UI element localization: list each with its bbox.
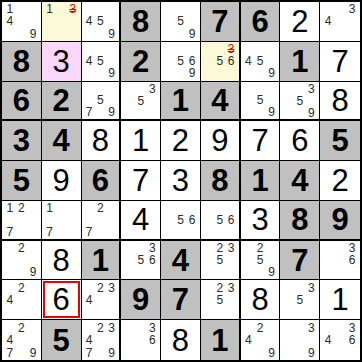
candidate-4: 4 bbox=[4, 334, 16, 347]
pencil-marks: 29 bbox=[4, 242, 39, 279]
candidate-2: 2 bbox=[95, 202, 106, 214]
candidate-4: 4 bbox=[322, 15, 334, 27]
cell-r1c1[interactable]: 149 bbox=[2, 2, 42, 42]
cell-r9c6[interactable]: 1 bbox=[201, 320, 241, 360]
solved-digit: 8 bbox=[172, 325, 189, 356]
candidate-5: 5 bbox=[175, 15, 187, 27]
solved-digit: 3 bbox=[53, 46, 70, 77]
candidate-9: 9 bbox=[27, 266, 39, 278]
cell-r4c6[interactable]: 9 bbox=[201, 121, 241, 161]
cell-r6c5[interactable]: 56 bbox=[161, 201, 201, 241]
solved-digit: 6 bbox=[291, 125, 308, 156]
cell-r4c5[interactable]: 2 bbox=[161, 121, 201, 161]
cell-r2c6[interactable]: 563 bbox=[201, 42, 241, 82]
cell-r1c8[interactable]: 2 bbox=[280, 2, 320, 42]
cell-r1c9[interactable]: 34 bbox=[320, 2, 360, 42]
pencil-marks: 2479 bbox=[4, 321, 39, 359]
candidate-4: 4 bbox=[84, 334, 95, 347]
candidate-2: 2 bbox=[16, 242, 28, 254]
solved-digit: 8 bbox=[92, 125, 109, 156]
given-digit: 8 bbox=[291, 204, 308, 235]
cell-r2c3[interactable]: 459 bbox=[82, 42, 122, 82]
candidate-4: 4 bbox=[322, 334, 334, 347]
eliminated-candidate-3: 3 bbox=[67, 3, 79, 15]
cell-r5c5[interactable]: 3 bbox=[161, 161, 201, 201]
pencil-marks: 59 bbox=[243, 83, 278, 119]
solved-digit: 6 bbox=[53, 284, 70, 315]
given-digit: 6 bbox=[13, 85, 30, 116]
cell-r5c3[interactable]: 6 bbox=[82, 161, 122, 201]
pencil-marks: 36 bbox=[123, 321, 158, 359]
pencil-marks: 56 bbox=[163, 202, 198, 238]
candidate-3: 3 bbox=[147, 83, 159, 95]
cell-r5c7[interactable]: 1 bbox=[241, 161, 281, 201]
candidate-5: 5 bbox=[294, 95, 306, 107]
cell-r8c3[interactable]: 234 bbox=[82, 280, 122, 320]
cell-r9c2[interactable]: 5 bbox=[42, 320, 82, 360]
candidate-7: 7 bbox=[84, 106, 95, 118]
given-digit: 8 bbox=[132, 6, 149, 37]
pencil-marks: 39 bbox=[282, 321, 317, 359]
cell-r4c9[interactable]: 5 bbox=[320, 121, 360, 161]
pencil-marks: 35 bbox=[282, 281, 317, 318]
candidate-3: 3 bbox=[346, 3, 358, 15]
cell-r6c1[interactable]: 127 bbox=[2, 201, 42, 241]
candidate-3: 3 bbox=[306, 281, 318, 293]
solved-digit: 9 bbox=[53, 165, 70, 196]
candidate-6: 6 bbox=[186, 214, 198, 226]
candidate-1: 1 bbox=[4, 202, 16, 214]
given-digit: 7 bbox=[172, 284, 189, 315]
candidate-3: 3 bbox=[147, 321, 159, 334]
cell-r4c2[interactable]: 4 bbox=[42, 121, 82, 161]
cell-r4c7[interactable]: 7 bbox=[241, 121, 281, 161]
pencil-marks: 235 bbox=[203, 242, 237, 279]
pencil-marks: 459 bbox=[84, 43, 118, 80]
candidate-5: 5 bbox=[254, 55, 266, 67]
pencil-marks: 563 bbox=[203, 43, 237, 80]
given-digit: 1 bbox=[172, 85, 189, 116]
given-digit: 2 bbox=[132, 46, 149, 77]
candidate-9: 9 bbox=[266, 106, 278, 118]
given-digit: 4 bbox=[291, 165, 308, 196]
cell-r1c3[interactable]: 459 bbox=[82, 2, 122, 42]
pencil-marks: 36 bbox=[322, 242, 358, 279]
candidate-4: 4 bbox=[243, 334, 255, 347]
candidate-5: 5 bbox=[95, 55, 106, 67]
cell-r6c9[interactable]: 9 bbox=[320, 201, 360, 241]
solved-digit: 8 bbox=[251, 284, 268, 315]
pencil-marks: 569 bbox=[163, 43, 198, 80]
cell-r3c5[interactable]: 1 bbox=[161, 82, 201, 122]
cell-r8c8[interactable]: 35 bbox=[280, 280, 320, 320]
candidate-4: 4 bbox=[243, 55, 255, 67]
candidate-9: 9 bbox=[106, 28, 117, 40]
pencil-marks: 13 bbox=[44, 3, 79, 40]
solved-digit: 7 bbox=[251, 125, 268, 156]
candidate-5: 5 bbox=[214, 254, 225, 266]
candidate-9: 9 bbox=[106, 106, 117, 118]
candidate-6: 6 bbox=[346, 334, 358, 347]
cell-r8c4[interactable]: 9 bbox=[121, 280, 161, 320]
candidate-9: 9 bbox=[266, 346, 278, 359]
pencil-marks: 23479 bbox=[84, 321, 118, 359]
candidate-9: 9 bbox=[306, 107, 318, 119]
cell-r8c1[interactable]: 24 bbox=[2, 280, 42, 320]
pencil-marks: 259 bbox=[243, 242, 278, 279]
given-digit: 1 bbox=[92, 245, 109, 276]
candidate-5: 5 bbox=[254, 254, 266, 266]
cell-r6c4[interactable]: 4 bbox=[121, 201, 161, 241]
given-digit: 2 bbox=[53, 85, 70, 116]
candidate-5: 5 bbox=[135, 254, 147, 266]
sudoku-board: 1491345985976234834592569563459176257935… bbox=[0, 0, 362, 362]
cell-r1c7[interactable]: 6 bbox=[241, 2, 281, 42]
candidate-2: 2 bbox=[16, 321, 28, 334]
given-digit: 1 bbox=[291, 46, 308, 77]
pencil-marks: 346 bbox=[322, 321, 358, 359]
pencil-marks: 56 bbox=[203, 202, 237, 238]
solved-digit: 4 bbox=[132, 204, 149, 235]
cell-r9c1[interactable]: 2479 bbox=[2, 320, 42, 360]
candidate-5: 5 bbox=[294, 294, 306, 306]
cell-r6c3[interactable]: 27 bbox=[82, 201, 122, 241]
solved-digit: 3 bbox=[172, 165, 189, 196]
cell-r3c1[interactable]: 6 bbox=[2, 82, 42, 122]
given-digit: 6 bbox=[251, 6, 268, 37]
cell-r5c8[interactable]: 4 bbox=[280, 161, 320, 201]
solved-digit: 8 bbox=[53, 245, 70, 276]
candidate-5: 5 bbox=[254, 94, 266, 106]
cell-r1c6[interactable]: 7 bbox=[201, 2, 241, 42]
cell-r9c8[interactable]: 39 bbox=[280, 320, 320, 360]
cell-r7c4[interactable]: 356 bbox=[121, 241, 161, 281]
cell-r3c2[interactable]: 2 bbox=[42, 82, 82, 122]
solved-digit: 7 bbox=[331, 46, 348, 77]
cell-r7c3[interactable]: 1 bbox=[82, 241, 122, 281]
pencil-marks: 459 bbox=[84, 3, 118, 40]
candidate-5: 5 bbox=[214, 294, 225, 306]
candidate-3: 3 bbox=[306, 83, 318, 95]
candidate-9: 9 bbox=[266, 67, 278, 79]
solved-digit: 7 bbox=[132, 165, 149, 196]
candidate-2: 2 bbox=[16, 202, 28, 214]
candidate-7: 7 bbox=[84, 226, 95, 238]
cell-r6c2[interactable]: 17 bbox=[42, 201, 82, 241]
cell-r5c2[interactable]: 9 bbox=[42, 161, 82, 201]
pencil-marks: 579 bbox=[84, 83, 118, 119]
cell-r7c7[interactable]: 259 bbox=[241, 241, 281, 281]
cell-r3c6[interactable]: 4 bbox=[201, 82, 241, 122]
pencil-marks: 249 bbox=[243, 321, 278, 359]
cell-r4c8[interactable]: 6 bbox=[280, 121, 320, 161]
given-digit: 3 bbox=[13, 125, 30, 156]
cell-r5c6[interactable]: 8 bbox=[201, 161, 241, 201]
candidate-6: 6 bbox=[346, 254, 358, 266]
cell-r4c4[interactable]: 1 bbox=[121, 121, 161, 161]
pencil-marks: 459 bbox=[243, 43, 278, 80]
candidate-2: 2 bbox=[16, 281, 28, 293]
pencil-marks: 59 bbox=[163, 3, 198, 40]
candidate-5: 5 bbox=[175, 214, 187, 226]
candidate-2: 2 bbox=[254, 321, 266, 334]
pencil-marks: 356 bbox=[123, 242, 158, 279]
cell-r2c1[interactable]: 8 bbox=[2, 42, 42, 82]
solved-digit: 9 bbox=[211, 125, 228, 156]
given-digit: 4 bbox=[211, 85, 228, 116]
given-digit: 1 bbox=[251, 165, 268, 196]
cell-r5c4[interactable]: 7 bbox=[121, 161, 161, 201]
given-digit: 8 bbox=[211, 165, 228, 196]
candidate-2: 2 bbox=[214, 281, 225, 293]
candidate-3: 3 bbox=[346, 321, 358, 334]
pencil-marks: 34 bbox=[322, 3, 358, 40]
cell-r3c9[interactable]: 8 bbox=[320, 82, 360, 122]
given-digit: 1 bbox=[211, 325, 228, 356]
candidate-5: 5 bbox=[95, 94, 106, 106]
cell-r8c6[interactable]: 235 bbox=[201, 280, 241, 320]
candidate-3: 3 bbox=[106, 321, 117, 334]
cell-r3c4[interactable]: 35 bbox=[121, 82, 161, 122]
cell-r2c7[interactable]: 459 bbox=[241, 42, 281, 82]
candidate-9: 9 bbox=[186, 67, 198, 79]
candidate-4: 4 bbox=[4, 294, 16, 306]
candidate-6: 6 bbox=[147, 254, 159, 266]
candidate-4: 4 bbox=[84, 294, 95, 306]
pencil-marks: 149 bbox=[4, 3, 39, 40]
candidate-2: 2 bbox=[95, 321, 106, 334]
cell-r8c9[interactable]: 1 bbox=[320, 280, 360, 320]
cell-r7c5[interactable]: 4 bbox=[161, 241, 201, 281]
solved-digit: 8 bbox=[331, 85, 348, 116]
candidate-9: 9 bbox=[186, 28, 198, 40]
solved-digit: 1 bbox=[132, 125, 149, 156]
candidate-9: 9 bbox=[27, 346, 39, 359]
cell-r1c5[interactable]: 59 bbox=[161, 2, 201, 42]
candidate-3: 3 bbox=[306, 321, 318, 334]
candidate-7: 7 bbox=[44, 226, 56, 238]
cell-r4c1[interactable]: 3 bbox=[2, 121, 42, 161]
cell-r3c7[interactable]: 59 bbox=[241, 82, 281, 122]
cell-r5c1[interactable]: 5 bbox=[2, 161, 42, 201]
cell-r6c6[interactable]: 56 bbox=[201, 201, 241, 241]
cell-r7c1[interactable]: 29 bbox=[2, 241, 42, 281]
cell-r9c9[interactable]: 346 bbox=[320, 320, 360, 360]
cell-r6c7[interactable]: 3 bbox=[241, 201, 281, 241]
cell-r7c2[interactable]: 8 bbox=[42, 241, 82, 281]
cell-r6c8[interactable]: 8 bbox=[280, 201, 320, 241]
pencil-marks: 234 bbox=[84, 281, 118, 318]
candidate-3: 3 bbox=[225, 242, 236, 254]
candidate-6: 6 bbox=[225, 55, 236, 67]
pencil-marks: 127 bbox=[4, 202, 39, 238]
cell-r2c9[interactable]: 7 bbox=[320, 42, 360, 82]
given-digit: 4 bbox=[53, 125, 70, 156]
given-digit: 8 bbox=[13, 46, 30, 77]
cell-r9c5[interactable]: 8 bbox=[161, 320, 201, 360]
candidate-5: 5 bbox=[135, 95, 147, 107]
cell-r7c9[interactable]: 36 bbox=[320, 241, 360, 281]
given-digit: 5 bbox=[53, 325, 70, 356]
candidate-7: 7 bbox=[84, 346, 95, 359]
given-digit: 6 bbox=[92, 165, 109, 196]
solved-digit: 1 bbox=[331, 284, 348, 315]
candidate-1: 1 bbox=[44, 3, 56, 15]
cell-r7c6[interactable]: 235 bbox=[201, 241, 241, 281]
solved-digit: 3 bbox=[251, 204, 268, 235]
given-digit: 7 bbox=[211, 6, 228, 37]
cell-r5c9[interactable]: 2 bbox=[320, 161, 360, 201]
candidate-2: 2 bbox=[95, 281, 106, 293]
pencil-marks: 17 bbox=[44, 202, 79, 238]
cell-r8c5[interactable]: 7 bbox=[161, 280, 201, 320]
cell-r9c3[interactable]: 23479 bbox=[82, 320, 122, 360]
candidate-7: 7 bbox=[4, 346, 16, 359]
candidate-1: 1 bbox=[44, 202, 56, 214]
candidate-9: 9 bbox=[266, 266, 278, 278]
cell-r4c3[interactable]: 8 bbox=[82, 121, 122, 161]
cell-r9c7[interactable]: 249 bbox=[241, 320, 281, 360]
cell-r7c8[interactable]: 7 bbox=[280, 241, 320, 281]
candidate-6: 6 bbox=[147, 334, 159, 347]
given-digit: 7 bbox=[291, 245, 308, 276]
selected-cell-r8c2[interactable]: 6 bbox=[42, 280, 82, 320]
candidate-6: 6 bbox=[225, 214, 236, 226]
solved-digit: 2 bbox=[172, 125, 189, 156]
pencil-marks: 235 bbox=[203, 281, 237, 318]
pencil-marks: 35 bbox=[123, 83, 158, 119]
candidate-5: 5 bbox=[95, 15, 106, 27]
candidate-3: 3 bbox=[225, 281, 236, 293]
given-digit: 5 bbox=[331, 125, 348, 156]
cell-r3c8[interactable]: 359 bbox=[280, 82, 320, 122]
eliminated-candidate-3: 3 bbox=[225, 43, 236, 55]
candidate-5: 5 bbox=[175, 55, 187, 67]
cell-r1c4[interactable]: 8 bbox=[121, 2, 161, 42]
pencil-marks: 24 bbox=[4, 281, 39, 318]
candidate-9: 9 bbox=[106, 346, 117, 359]
given-digit: 9 bbox=[331, 204, 348, 235]
solved-digit: 2 bbox=[331, 165, 348, 196]
candidate-9: 9 bbox=[27, 28, 39, 40]
candidate-5: 5 bbox=[214, 55, 225, 67]
cell-r2c4[interactable]: 2 bbox=[121, 42, 161, 82]
candidate-9: 9 bbox=[306, 346, 318, 359]
cell-r1c2[interactable]: 13 bbox=[42, 2, 82, 42]
cell-r2c8[interactable]: 1 bbox=[280, 42, 320, 82]
cell-r2c5[interactable]: 569 bbox=[161, 42, 201, 82]
given-digit: 9 bbox=[132, 284, 149, 315]
candidate-3: 3 bbox=[106, 281, 117, 293]
candidate-4: 4 bbox=[84, 55, 95, 67]
candidate-5: 5 bbox=[214, 214, 225, 226]
given-digit: 4 bbox=[172, 245, 189, 276]
candidate-4: 4 bbox=[84, 15, 95, 27]
pencil-marks: 359 bbox=[282, 83, 317, 119]
cell-r3c3[interactable]: 579 bbox=[82, 82, 122, 122]
candidate-7: 7 bbox=[4, 226, 16, 238]
solved-digit: 2 bbox=[291, 6, 308, 37]
candidate-4: 4 bbox=[4, 15, 16, 27]
given-digit: 5 bbox=[13, 165, 30, 196]
pencil-marks: 27 bbox=[84, 202, 118, 238]
cell-r2c2[interactable]: 3 bbox=[42, 42, 82, 82]
cell-r9c4[interactable]: 36 bbox=[121, 320, 161, 360]
cell-r8c7[interactable]: 8 bbox=[241, 280, 281, 320]
candidate-9: 9 bbox=[106, 67, 117, 79]
